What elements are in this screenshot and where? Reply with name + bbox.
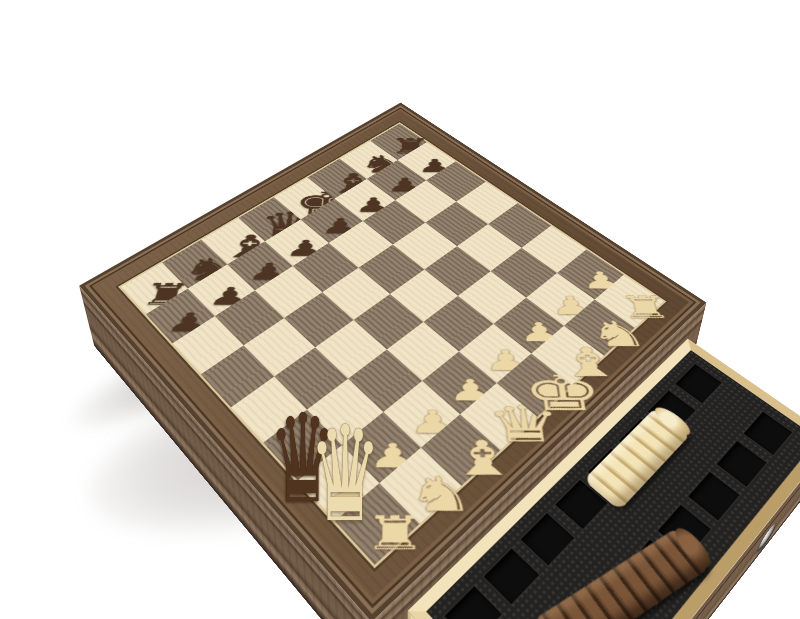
square-b5[interactable] xyxy=(244,318,315,376)
square-d1[interactable]: ♛ xyxy=(460,383,537,450)
square-d2[interactable]: ♟ xyxy=(422,351,496,414)
square-a7[interactable]: ♟ xyxy=(146,289,215,344)
square-a5[interactable] xyxy=(201,345,274,407)
square-c5[interactable] xyxy=(284,292,354,347)
square-e3[interactable] xyxy=(423,296,493,352)
foam-slot xyxy=(521,513,575,565)
square-c2[interactable]: ♟ xyxy=(383,381,460,448)
foam-slot xyxy=(675,364,721,403)
square-b1[interactable]: ♞ xyxy=(379,448,461,524)
square-g1[interactable]: ♞ xyxy=(564,300,635,356)
square-e2[interactable]: ♟ xyxy=(459,324,531,383)
square-c4[interactable] xyxy=(315,320,387,379)
foam-slot xyxy=(744,412,792,455)
foam-slot xyxy=(445,586,502,619)
square-f1[interactable]: ♝ xyxy=(531,326,604,385)
product-photo-scene: ♜♞♝♛♚♝♞♜♟♟♟♟♟♟♟♟♟♟♟♟♟♟♟♟♜♞♝♛♚♝♞♜ xyxy=(0,0,800,619)
square-d3[interactable] xyxy=(387,322,459,381)
square-f2[interactable]: ♟ xyxy=(494,298,564,354)
square-c1[interactable]: ♝ xyxy=(421,414,500,485)
foam-slot xyxy=(717,441,767,487)
foam-slot xyxy=(484,549,539,605)
chess-case: ♜♞♝♛♚♝♞♜♟♟♟♟♟♟♟♟♟♟♟♟♟♟♟♟♜♞♝♛♚♝♞♜ xyxy=(79,103,706,619)
foam-slot xyxy=(688,472,739,520)
square-e1[interactable]: ♚ xyxy=(497,354,572,417)
square-a6[interactable] xyxy=(173,316,244,374)
square-d4[interactable] xyxy=(354,294,424,349)
square-b6[interactable] xyxy=(215,290,284,345)
spare-light-queen[interactable]: ♛ xyxy=(308,408,381,540)
